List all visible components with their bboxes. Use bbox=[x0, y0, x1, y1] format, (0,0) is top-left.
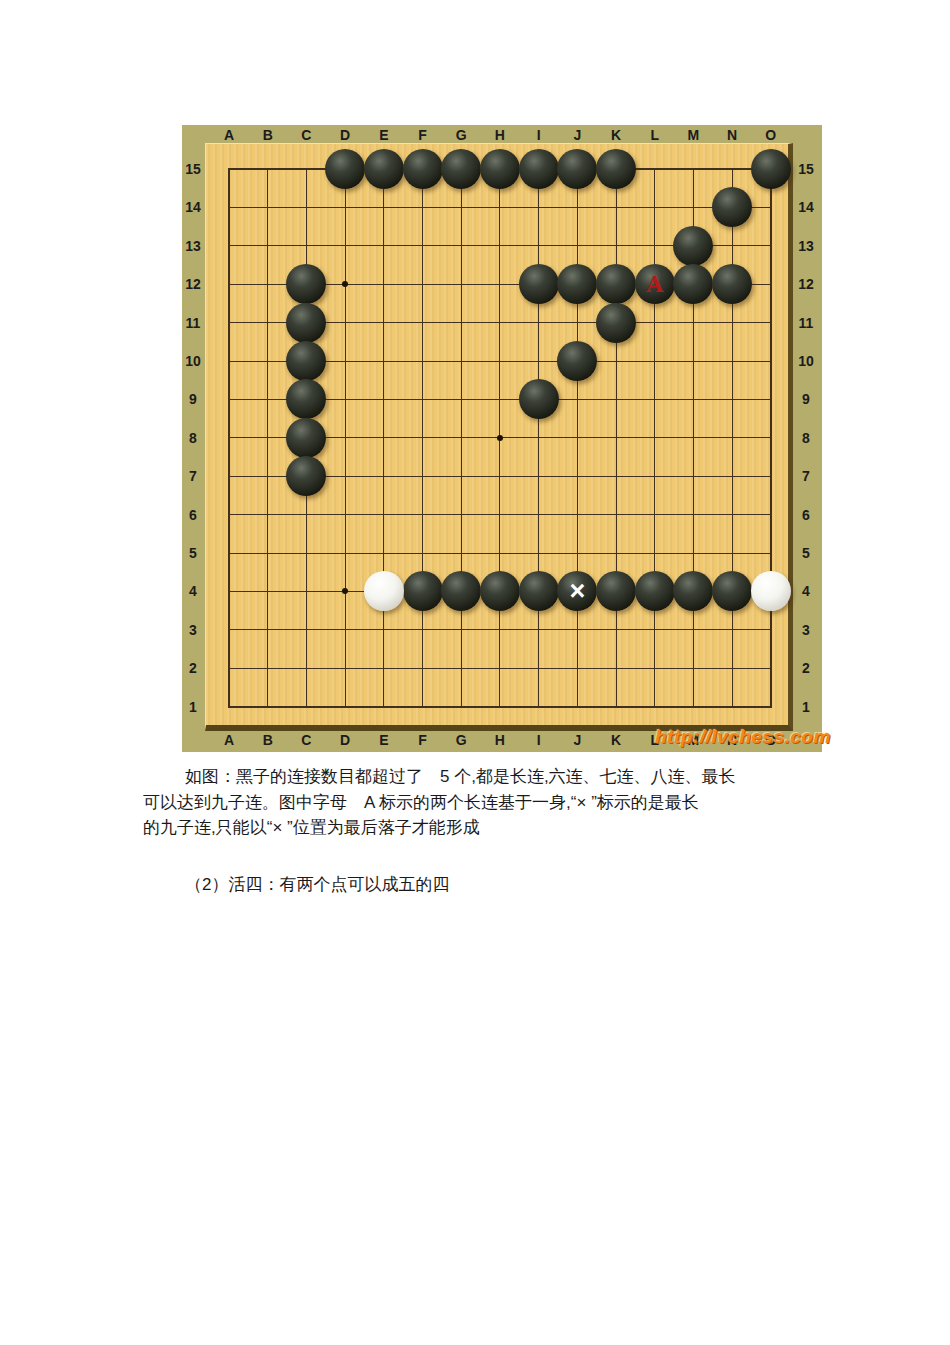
column-label-top-F: F bbox=[411, 127, 435, 143]
row-label-left-9: 9 bbox=[182, 391, 204, 407]
black-stone-N4 bbox=[712, 571, 752, 611]
column-label-bottom-I: I bbox=[527, 732, 551, 748]
column-label-bottom-F: F bbox=[411, 732, 435, 748]
caption-line-2: 可以达到九子连。图中字母 A 标示的两个长连基于一身,“× ”标示的是最长 bbox=[143, 790, 843, 816]
black-stone-G4 bbox=[441, 571, 481, 611]
section-heading: （2）活四：有两个点可以成五的四 bbox=[143, 872, 885, 897]
black-stone-H15 bbox=[480, 149, 520, 189]
row-label-left-3: 3 bbox=[182, 622, 204, 638]
board-layer: AABBCCDDEEFFGGHHIIJJKKLLMMNNOO1515141413… bbox=[182, 125, 822, 752]
black-stone-K11 bbox=[596, 303, 636, 343]
black-stone-J10 bbox=[557, 341, 597, 381]
gomoku-board: AABBCCDDEEFFGGHHIIJJKKLLMMNNOO1515141413… bbox=[182, 125, 822, 752]
row-label-right-8: 8 bbox=[793, 430, 819, 446]
row-label-right-6: 6 bbox=[793, 507, 819, 523]
caption-paragraph: 如图：黑子的连接数目都超过了 5 个,都是长连,六连、七连、八连、最长 可以达到… bbox=[143, 764, 843, 841]
grid-line-h bbox=[228, 514, 772, 515]
star-point-D12 bbox=[342, 281, 348, 287]
column-label-bottom-K: K bbox=[604, 732, 628, 748]
grid-line-v bbox=[577, 168, 578, 708]
black-stone-N12 bbox=[712, 264, 752, 304]
black-stone-K12 bbox=[596, 264, 636, 304]
black-stone-I9 bbox=[519, 379, 559, 419]
black-stone-L4 bbox=[635, 571, 675, 611]
black-stone-C7 bbox=[286, 456, 326, 496]
row-label-left-15: 15 bbox=[182, 161, 204, 177]
black-stone-D15 bbox=[325, 149, 365, 189]
column-label-bottom-B: B bbox=[256, 732, 280, 748]
black-stone-K4 bbox=[596, 571, 636, 611]
black-stone-E15 bbox=[364, 149, 404, 189]
black-stone-G15 bbox=[441, 149, 481, 189]
row-label-left-14: 14 bbox=[182, 199, 204, 215]
black-stone-H4 bbox=[480, 571, 520, 611]
row-label-left-2: 2 bbox=[182, 660, 204, 676]
black-stone-J12 bbox=[557, 264, 597, 304]
column-label-top-K: K bbox=[604, 127, 628, 143]
column-label-top-B: B bbox=[256, 127, 280, 143]
column-label-top-G: G bbox=[449, 127, 473, 143]
black-stone-F4 bbox=[403, 571, 443, 611]
row-label-left-7: 7 bbox=[182, 468, 204, 484]
white-stone-O4 bbox=[751, 571, 791, 611]
row-label-right-3: 3 bbox=[793, 622, 819, 638]
row-label-right-15: 15 bbox=[793, 161, 819, 177]
grid-line-v bbox=[732, 168, 733, 708]
column-label-bottom-D: D bbox=[333, 732, 357, 748]
row-label-left-1: 1 bbox=[182, 699, 204, 715]
row-label-right-4: 4 bbox=[793, 583, 819, 599]
column-label-top-N: N bbox=[720, 127, 744, 143]
black-stone-N14 bbox=[712, 187, 752, 227]
column-label-top-E: E bbox=[372, 127, 396, 143]
row-label-right-1: 1 bbox=[793, 699, 819, 715]
column-label-bottom-J: J bbox=[565, 732, 589, 748]
column-label-top-I: I bbox=[527, 127, 551, 143]
black-stone-I4 bbox=[519, 571, 559, 611]
black-stone-C11 bbox=[286, 303, 326, 343]
black-stone-K15 bbox=[596, 149, 636, 189]
column-label-top-M: M bbox=[681, 127, 705, 143]
column-label-top-C: C bbox=[294, 127, 318, 143]
row-label-right-13: 13 bbox=[793, 238, 819, 254]
column-label-bottom-H: H bbox=[488, 732, 512, 748]
watermark-url: http://lvchess.com bbox=[655, 726, 831, 748]
black-stone-O15 bbox=[751, 149, 791, 189]
grid-line-v bbox=[538, 168, 539, 708]
row-label-right-2: 2 bbox=[793, 660, 819, 676]
row-label-left-6: 6 bbox=[182, 507, 204, 523]
black-stone-M13 bbox=[673, 226, 713, 266]
star-point-H8 bbox=[497, 435, 503, 441]
black-stone-C8 bbox=[286, 418, 326, 458]
row-label-left-11: 11 bbox=[182, 315, 204, 331]
page: AABBCCDDEEFFGGHHIIJJKKLLMMNNOO1515141413… bbox=[0, 0, 950, 1345]
black-stone-C9 bbox=[286, 379, 326, 419]
grid-line-h bbox=[228, 706, 772, 708]
black-stone-I15 bbox=[519, 149, 559, 189]
column-label-top-O: O bbox=[759, 127, 783, 143]
row-label-right-11: 11 bbox=[793, 315, 819, 331]
column-label-bottom-C: C bbox=[294, 732, 318, 748]
row-label-right-5: 5 bbox=[793, 545, 819, 561]
row-label-right-10: 10 bbox=[793, 353, 819, 369]
black-stone-L12 bbox=[635, 264, 675, 304]
black-stone-C12 bbox=[286, 264, 326, 304]
row-label-left-12: 12 bbox=[182, 276, 204, 292]
row-label-left-10: 10 bbox=[182, 353, 204, 369]
column-label-bottom-A: A bbox=[217, 732, 241, 748]
row-label-left-4: 4 bbox=[182, 583, 204, 599]
row-label-right-12: 12 bbox=[793, 276, 819, 292]
column-label-bottom-G: G bbox=[449, 732, 473, 748]
column-label-top-L: L bbox=[643, 127, 667, 143]
grid-line-h bbox=[228, 629, 772, 630]
column-label-top-J: J bbox=[565, 127, 589, 143]
caption-line-1: 如图：黑子的连接数目都超过了 5 个,都是长连,六连、七连、八连、最长 bbox=[143, 764, 843, 790]
caption-line-3: 的九子连,只能以“× ”位置为最后落子才能形成 bbox=[143, 815, 843, 841]
row-label-left-13: 13 bbox=[182, 238, 204, 254]
column-label-top-H: H bbox=[488, 127, 512, 143]
grid-line-v bbox=[770, 168, 772, 708]
row-label-right-14: 14 bbox=[793, 199, 819, 215]
grid-line-h bbox=[228, 668, 772, 669]
star-point-D4 bbox=[342, 588, 348, 594]
row-label-left-8: 8 bbox=[182, 430, 204, 446]
column-label-top-A: A bbox=[217, 127, 241, 143]
row-label-left-5: 5 bbox=[182, 545, 204, 561]
row-label-right-9: 9 bbox=[793, 391, 819, 407]
black-stone-I12 bbox=[519, 264, 559, 304]
grid-line-h bbox=[228, 553, 772, 554]
black-stone-M12 bbox=[673, 264, 713, 304]
black-stone-C10 bbox=[286, 341, 326, 381]
white-stone-E4 bbox=[364, 571, 404, 611]
black-stone-J4 bbox=[557, 571, 597, 611]
column-label-top-D: D bbox=[333, 127, 357, 143]
grid-line-v bbox=[616, 168, 617, 708]
black-stone-F15 bbox=[403, 149, 443, 189]
grid-line-v bbox=[654, 168, 655, 708]
black-stone-M4 bbox=[673, 571, 713, 611]
black-stone-J15 bbox=[557, 149, 597, 189]
column-label-bottom-E: E bbox=[372, 732, 396, 748]
row-label-right-7: 7 bbox=[793, 468, 819, 484]
